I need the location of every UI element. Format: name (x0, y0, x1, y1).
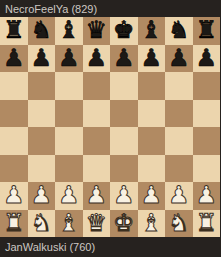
square-d4[interactable] (83, 127, 111, 155)
square-c4[interactable] (55, 127, 83, 155)
square-a1[interactable]: ♜ (0, 210, 28, 238)
piece-black-pawn[interactable]: ♟ (168, 45, 190, 73)
square-a8[interactable]: ♜ (0, 17, 28, 45)
square-f3[interactable] (138, 155, 166, 183)
piece-black-pawn[interactable]: ♟ (3, 45, 25, 73)
piece-white-pawn[interactable]: ♟ (140, 182, 162, 210)
square-h6[interactable] (193, 72, 221, 100)
piece-white-pawn[interactable]: ♟ (3, 182, 25, 210)
square-a6[interactable] (0, 72, 28, 100)
piece-white-pawn[interactable]: ♟ (113, 182, 135, 210)
piece-black-bishop[interactable]: ♝ (140, 17, 162, 45)
square-b2[interactable]: ♟ (28, 182, 56, 210)
chess-board: ♜♞♝♛♚♝♞♜♟♟♟♟♟♟♟♟♟♟♟♟♟♟♟♟♜♞♝♛♚♝♞♜ (0, 17, 220, 237)
piece-black-bishop[interactable]: ♝ (58, 17, 80, 45)
square-b3[interactable] (28, 155, 56, 183)
piece-white-king[interactable]: ♚ (113, 210, 135, 238)
square-h3[interactable] (193, 155, 221, 183)
square-c7[interactable]: ♟ (55, 45, 83, 73)
square-f2[interactable]: ♟ (138, 182, 166, 210)
piece-black-knight[interactable]: ♞ (168, 17, 190, 45)
square-b4[interactable] (28, 127, 56, 155)
chess-app-window: NecroFeelYa (829) ♜♞♝♛♚♝♞♜♟♟♟♟♟♟♟♟♟♟♟♟♟♟… (0, 0, 220, 257)
square-d1[interactable]: ♛ (83, 210, 111, 238)
square-d5[interactable] (83, 100, 111, 128)
square-e5[interactable] (110, 100, 138, 128)
piece-black-rook[interactable]: ♜ (195, 17, 217, 45)
bottom-player-label: JanWalkuski (760) (5, 241, 95, 253)
top-player-label: NecroFeelYa (829) (5, 3, 97, 15)
square-a4[interactable] (0, 127, 28, 155)
square-e6[interactable] (110, 72, 138, 100)
piece-white-knight[interactable]: ♞ (168, 210, 190, 238)
square-c6[interactable] (55, 72, 83, 100)
square-c1[interactable]: ♝ (55, 210, 83, 238)
piece-black-pawn[interactable]: ♟ (195, 45, 217, 73)
square-f6[interactable] (138, 72, 166, 100)
square-b8[interactable]: ♞ (28, 17, 56, 45)
square-e7[interactable]: ♟ (110, 45, 138, 73)
square-g7[interactable]: ♟ (165, 45, 193, 73)
square-a2[interactable]: ♟ (0, 182, 28, 210)
piece-white-knight[interactable]: ♞ (30, 210, 52, 238)
square-h1[interactable]: ♜ (193, 210, 221, 238)
square-g8[interactable]: ♞ (165, 17, 193, 45)
square-h2[interactable]: ♟ (193, 182, 221, 210)
piece-black-knight[interactable]: ♞ (30, 17, 52, 45)
square-d2[interactable]: ♟ (83, 182, 111, 210)
piece-black-queen[interactable]: ♛ (85, 17, 107, 45)
top-player-bar: NecroFeelYa (829) (0, 0, 220, 17)
square-h5[interactable] (193, 100, 221, 128)
square-g2[interactable]: ♟ (165, 182, 193, 210)
square-f1[interactable]: ♝ (138, 210, 166, 238)
piece-white-bishop[interactable]: ♝ (140, 210, 162, 238)
square-e4[interactable] (110, 127, 138, 155)
piece-black-pawn[interactable]: ♟ (85, 45, 107, 73)
square-b7[interactable]: ♟ (28, 45, 56, 73)
square-a5[interactable] (0, 100, 28, 128)
square-f5[interactable] (138, 100, 166, 128)
square-e8[interactable]: ♚ (110, 17, 138, 45)
square-d3[interactable] (83, 155, 111, 183)
piece-black-pawn[interactable]: ♟ (113, 45, 135, 73)
square-h7[interactable]: ♟ (193, 45, 221, 73)
square-a3[interactable] (0, 155, 28, 183)
square-a7[interactable]: ♟ (0, 45, 28, 73)
piece-white-bishop[interactable]: ♝ (58, 210, 80, 238)
square-f7[interactable]: ♟ (138, 45, 166, 73)
square-d6[interactable] (83, 72, 111, 100)
square-e2[interactable]: ♟ (110, 182, 138, 210)
square-c5[interactable] (55, 100, 83, 128)
piece-white-rook[interactable]: ♜ (195, 210, 217, 238)
piece-white-pawn[interactable]: ♟ (58, 182, 80, 210)
square-d7[interactable]: ♟ (83, 45, 111, 73)
square-f8[interactable]: ♝ (138, 17, 166, 45)
piece-white-rook[interactable]: ♜ (3, 210, 25, 238)
square-g4[interactable] (165, 127, 193, 155)
piece-white-pawn[interactable]: ♟ (168, 182, 190, 210)
square-g3[interactable] (165, 155, 193, 183)
square-c8[interactable]: ♝ (55, 17, 83, 45)
square-b1[interactable]: ♞ (28, 210, 56, 238)
piece-white-queen[interactable]: ♛ (85, 210, 107, 238)
square-b6[interactable] (28, 72, 56, 100)
square-h8[interactable]: ♜ (193, 17, 221, 45)
piece-black-pawn[interactable]: ♟ (30, 45, 52, 73)
piece-white-pawn[interactable]: ♟ (85, 182, 107, 210)
piece-white-pawn[interactable]: ♟ (30, 182, 52, 210)
square-f4[interactable] (138, 127, 166, 155)
piece-black-king[interactable]: ♚ (113, 17, 135, 45)
square-b5[interactable] (28, 100, 56, 128)
piece-white-pawn[interactable]: ♟ (195, 182, 217, 210)
square-h4[interactable] (193, 127, 221, 155)
square-g1[interactable]: ♞ (165, 210, 193, 238)
square-d8[interactable]: ♛ (83, 17, 111, 45)
piece-black-pawn[interactable]: ♟ (58, 45, 80, 73)
square-e1[interactable]: ♚ (110, 210, 138, 238)
piece-black-rook[interactable]: ♜ (3, 17, 25, 45)
piece-black-pawn[interactable]: ♟ (140, 45, 162, 73)
square-g6[interactable] (165, 72, 193, 100)
square-g5[interactable] (165, 100, 193, 128)
bottom-player-bar: JanWalkuski (760) (0, 237, 220, 257)
square-c3[interactable] (55, 155, 83, 183)
square-e3[interactable] (110, 155, 138, 183)
square-c2[interactable]: ♟ (55, 182, 83, 210)
